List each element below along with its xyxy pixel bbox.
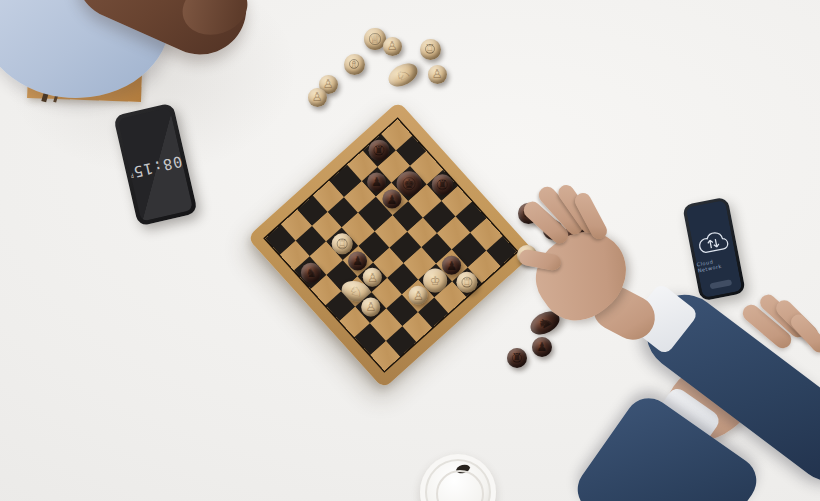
piece-glyph: ♙ [323,78,334,90]
black-rook[interactable]: ♜ [507,348,527,368]
piece-glyph: ♙ [365,301,376,313]
cloud-sync-icon [692,226,734,259]
piece-glyph: ♖ [337,238,348,250]
piece-glyph: ♘ [347,284,365,300]
black-pawn[interactable]: ♟ [383,189,402,208]
white-knight[interactable]: ♘ [385,59,422,91]
piece-glyph: ♟ [446,259,457,271]
sip-hole [455,463,471,474]
piece-glyph: ♔ [429,274,440,286]
app-button[interactable] [709,279,732,289]
piece-glyph: ♖ [462,276,473,288]
piece-glyph: ♟ [353,255,364,267]
white-pawn[interactable]: ♙ [408,286,427,305]
black-pawn[interactable]: ♟ [532,337,552,357]
piece-glyph: ♙ [387,40,398,52]
black-pawn[interactable]: ♟ [442,255,461,274]
piece-glyph: ♙ [432,68,443,80]
piece-glyph: ♜ [374,144,385,156]
coffee-cup-lid [420,454,496,501]
piece-glyph: ♗ [349,58,360,70]
white-rook[interactable]: ♖ [420,39,441,60]
black-knight[interactable]: ♞ [300,262,320,282]
white-pawn[interactable]: ♙ [308,88,327,107]
white-pawn[interactable]: ♙ [428,65,447,84]
piece-glyph: ♟ [387,193,398,205]
piece-glyph: ♟ [371,176,382,188]
piece-glyph: ♕ [370,33,381,45]
piece-glyph: ♙ [367,271,378,283]
piece-glyph: ♞ [535,314,555,332]
right-phone-screen: Cloud Network [686,200,743,298]
white-pawn[interactable]: ♙ [383,37,402,56]
piece-glyph: ♘ [393,66,413,84]
photo-canvas: { "game": "chess", "scene": "Overhead ph… [0,0,820,501]
piece-glyph: ♚ [404,177,415,189]
piece-glyph: ♖ [425,43,436,55]
piece-glyph: ♟ [537,341,548,353]
right-phone[interactable]: Cloud Network [682,197,746,302]
piece-glyph: ♙ [413,289,424,301]
clock-display: 08:15PM [128,152,184,181]
piece-glyph: ♞ [305,266,316,278]
piece-glyph: ♜ [512,352,523,364]
piece-glyph: ♙ [312,91,323,103]
piece-glyph: ♜ [437,179,448,191]
white-bishop[interactable]: ♗ [344,54,365,75]
